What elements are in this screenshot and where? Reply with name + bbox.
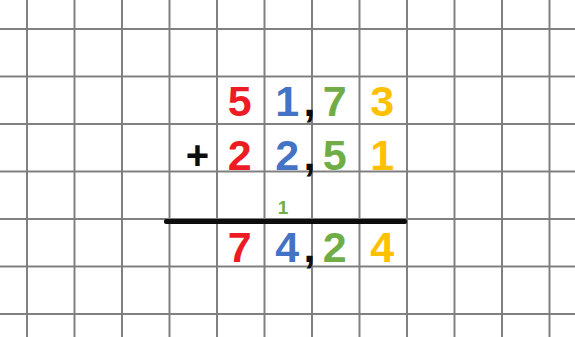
sum-decimal-comma: ,	[298, 223, 321, 271]
digit-hundredths: 1	[359, 131, 407, 179]
sum-row: , 7424	[216, 223, 406, 271]
digit-hundredths: 3	[359, 77, 407, 125]
digit-tens: 7	[216, 223, 264, 271]
addend1-decimal-comma: ,	[298, 77, 321, 125]
addend2-row: , 2251	[216, 131, 406, 179]
digit-tens: 5	[216, 77, 264, 125]
squared-paper: , 5173 + , 2251 1 , 7424	[0, 0, 575, 337]
digit-tens: 2	[216, 131, 264, 179]
addend2-decimal-comma: ,	[298, 131, 321, 179]
plus-operator: +	[174, 131, 221, 179]
carry-digit: 1	[259, 199, 307, 217]
addend1-row: , 5173	[216, 77, 406, 125]
digit-hundredths: 4	[359, 223, 407, 271]
